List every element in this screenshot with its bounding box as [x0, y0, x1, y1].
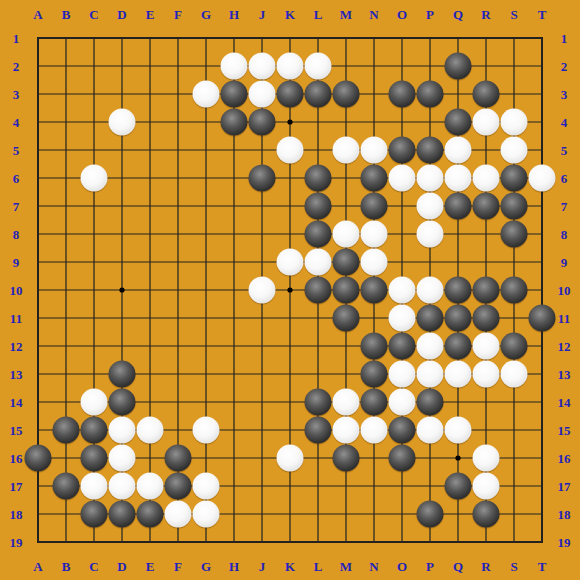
black-stone-P5	[417, 137, 444, 164]
column-label-bottom: T	[538, 560, 547, 573]
black-stone-C16	[81, 445, 108, 472]
white-stone-P15	[417, 417, 444, 444]
white-stone-S5	[501, 137, 528, 164]
column-label-bottom: C	[89, 560, 98, 573]
black-stone-Q7	[445, 193, 472, 220]
white-stone-K16	[277, 445, 304, 472]
black-stone-P11	[417, 305, 444, 332]
column-label-top: D	[117, 8, 126, 21]
row-label-left: 2	[13, 60, 20, 73]
white-stone-O13	[389, 361, 416, 388]
black-stone-R3	[473, 81, 500, 108]
black-stone-O12	[389, 333, 416, 360]
column-label-bottom: S	[510, 560, 517, 573]
column-label-bottom: M	[340, 560, 352, 573]
black-stone-P14	[417, 389, 444, 416]
row-label-left: 7	[13, 200, 20, 213]
row-label-left: 8	[13, 228, 20, 241]
column-label-bottom: H	[229, 560, 239, 573]
row-label-left: 5	[13, 144, 20, 157]
black-stone-N12	[361, 333, 388, 360]
column-label-top: P	[426, 8, 434, 21]
white-stone-R13	[473, 361, 500, 388]
black-stone-N7	[361, 193, 388, 220]
row-label-left: 15	[10, 424, 23, 437]
row-label-left: 10	[10, 284, 23, 297]
white-stone-K2	[277, 53, 304, 80]
black-stone-C18	[81, 501, 108, 528]
black-stone-Q2	[445, 53, 472, 80]
column-label-bottom: F	[174, 560, 182, 573]
black-stone-L14	[305, 389, 332, 416]
black-stone-R7	[473, 193, 500, 220]
black-stone-Q10	[445, 277, 472, 304]
column-label-top: G	[201, 8, 211, 21]
white-stone-P6	[417, 165, 444, 192]
white-stone-S13	[501, 361, 528, 388]
column-label-top: T	[538, 8, 547, 21]
black-stone-S10	[501, 277, 528, 304]
row-label-left: 14	[10, 396, 23, 409]
white-stone-Q5	[445, 137, 472, 164]
row-label-left: 18	[10, 508, 23, 521]
black-stone-Q17	[445, 473, 472, 500]
column-label-top: R	[481, 8, 490, 21]
black-stone-N10	[361, 277, 388, 304]
column-label-bottom: O	[397, 560, 407, 573]
column-label-top: M	[340, 8, 352, 21]
white-stone-Q13	[445, 361, 472, 388]
column-label-top: F	[174, 8, 182, 21]
row-label-right: 15	[558, 424, 571, 437]
column-label-top: H	[229, 8, 239, 21]
row-label-right: 3	[561, 88, 568, 101]
black-stone-J6	[249, 165, 276, 192]
white-stone-J3	[249, 81, 276, 108]
black-stone-F16	[165, 445, 192, 472]
column-label-top: L	[314, 8, 323, 21]
white-stone-P10	[417, 277, 444, 304]
white-stone-N9	[361, 249, 388, 276]
black-stone-T11	[529, 305, 556, 332]
column-label-bottom: L	[314, 560, 323, 573]
row-label-right: 6	[561, 172, 568, 185]
black-stone-R11	[473, 305, 500, 332]
white-stone-R4	[473, 109, 500, 136]
column-label-bottom: D	[117, 560, 126, 573]
white-stone-M14	[333, 389, 360, 416]
white-stone-D17	[109, 473, 136, 500]
white-stone-P13	[417, 361, 444, 388]
white-stone-J2	[249, 53, 276, 80]
white-stone-K9	[277, 249, 304, 276]
row-label-right: 13	[558, 368, 571, 381]
column-label-top: B	[62, 8, 71, 21]
row-label-right: 18	[558, 508, 571, 521]
row-label-right: 17	[558, 480, 571, 493]
black-stone-O3	[389, 81, 416, 108]
black-stone-S7	[501, 193, 528, 220]
black-stone-Q4	[445, 109, 472, 136]
row-label-left: 1	[13, 32, 20, 45]
white-stone-P7	[417, 193, 444, 220]
white-stone-L9	[305, 249, 332, 276]
row-label-right: 16	[558, 452, 571, 465]
column-label-top: E	[146, 8, 155, 21]
black-stone-B15	[53, 417, 80, 444]
white-stone-O10	[389, 277, 416, 304]
white-stone-Q15	[445, 417, 472, 444]
white-stone-G18	[193, 501, 220, 528]
white-stone-D16	[109, 445, 136, 472]
row-label-right: 4	[561, 116, 568, 129]
black-stone-Q11	[445, 305, 472, 332]
row-label-left: 13	[10, 368, 23, 381]
white-stone-K5	[277, 137, 304, 164]
column-label-top: K	[285, 8, 295, 21]
white-stone-M5	[333, 137, 360, 164]
white-stone-P12	[417, 333, 444, 360]
column-label-bottom: P	[426, 560, 434, 573]
column-label-bottom: A	[33, 560, 42, 573]
white-stone-O11	[389, 305, 416, 332]
black-stone-P3	[417, 81, 444, 108]
black-stone-A16	[25, 445, 52, 472]
row-label-right: 2	[561, 60, 568, 73]
column-label-bottom: B	[62, 560, 71, 573]
black-stone-N13	[361, 361, 388, 388]
black-stone-L10	[305, 277, 332, 304]
white-stone-G15	[193, 417, 220, 444]
white-stone-C6	[81, 165, 108, 192]
column-label-top: J	[259, 8, 266, 21]
white-stone-N5	[361, 137, 388, 164]
row-label-left: 11	[10, 312, 22, 325]
black-stone-L3	[305, 81, 332, 108]
black-stone-B17	[53, 473, 80, 500]
black-stone-S8	[501, 221, 528, 248]
black-stone-P18	[417, 501, 444, 528]
column-label-top: O	[397, 8, 407, 21]
white-stone-M8	[333, 221, 360, 248]
row-label-right: 1	[561, 32, 568, 45]
black-stone-D18	[109, 501, 136, 528]
white-stone-Q6	[445, 165, 472, 192]
white-stone-F18	[165, 501, 192, 528]
row-label-right: 9	[561, 256, 568, 269]
row-label-left: 9	[13, 256, 20, 269]
column-label-top: C	[89, 8, 98, 21]
white-stone-D4	[109, 109, 136, 136]
row-label-left: 17	[10, 480, 23, 493]
go-board[interactable]: AABBCCDDEEFFGGHHJJKKLLMMNNOOPPQQRRSSTT11…	[0, 0, 580, 580]
white-stone-R6	[473, 165, 500, 192]
black-stone-S6	[501, 165, 528, 192]
black-stone-N6	[361, 165, 388, 192]
row-label-right: 10	[558, 284, 571, 297]
column-label-bottom: R	[481, 560, 490, 573]
row-label-left: 16	[10, 452, 23, 465]
column-label-bottom: J	[259, 560, 266, 573]
white-stone-T6	[529, 165, 556, 192]
column-label-top: S	[510, 8, 517, 21]
row-label-right: 11	[558, 312, 570, 325]
white-stone-C14	[81, 389, 108, 416]
row-label-left: 19	[10, 536, 23, 549]
black-stone-M16	[333, 445, 360, 472]
black-stone-L8	[305, 221, 332, 248]
black-stone-Q12	[445, 333, 472, 360]
white-stone-G17	[193, 473, 220, 500]
black-stone-J4	[249, 109, 276, 136]
black-stone-F17	[165, 473, 192, 500]
black-stone-D13	[109, 361, 136, 388]
black-stone-E18	[137, 501, 164, 528]
white-stone-E17	[137, 473, 164, 500]
column-label-top: Q	[453, 8, 463, 21]
black-stone-L6	[305, 165, 332, 192]
black-stone-K3	[277, 81, 304, 108]
column-label-bottom: Q	[453, 560, 463, 573]
black-stone-M3	[333, 81, 360, 108]
black-stone-O15	[389, 417, 416, 444]
black-stone-R18	[473, 501, 500, 528]
black-stone-M11	[333, 305, 360, 332]
white-stone-J10	[249, 277, 276, 304]
row-label-left: 12	[10, 340, 23, 353]
row-label-right: 8	[561, 228, 568, 241]
white-stone-N8	[361, 221, 388, 248]
white-stone-O6	[389, 165, 416, 192]
black-stone-O5	[389, 137, 416, 164]
column-label-top: N	[369, 8, 378, 21]
white-stone-S4	[501, 109, 528, 136]
black-stone-L7	[305, 193, 332, 220]
black-stone-R10	[473, 277, 500, 304]
white-stone-G3	[193, 81, 220, 108]
black-stone-S12	[501, 333, 528, 360]
column-label-bottom: N	[369, 560, 378, 573]
white-stone-N15	[361, 417, 388, 444]
row-label-left: 4	[13, 116, 20, 129]
black-stone-O16	[389, 445, 416, 472]
row-label-right: 7	[561, 200, 568, 213]
white-stone-E15	[137, 417, 164, 444]
column-label-top: A	[33, 8, 42, 21]
white-stone-L2	[305, 53, 332, 80]
column-label-bottom: K	[285, 560, 295, 573]
black-stone-H3	[221, 81, 248, 108]
row-label-right: 19	[558, 536, 571, 549]
row-label-left: 3	[13, 88, 20, 101]
black-stone-D14	[109, 389, 136, 416]
black-stone-M9	[333, 249, 360, 276]
white-stone-R17	[473, 473, 500, 500]
white-stone-O14	[389, 389, 416, 416]
black-stone-M10	[333, 277, 360, 304]
white-stone-P8	[417, 221, 444, 248]
white-stone-R16	[473, 445, 500, 472]
row-label-right: 14	[558, 396, 571, 409]
black-stone-H4	[221, 109, 248, 136]
black-stone-N14	[361, 389, 388, 416]
white-stone-R12	[473, 333, 500, 360]
row-label-right: 5	[561, 144, 568, 157]
column-label-bottom: E	[146, 560, 155, 573]
white-stone-D15	[109, 417, 136, 444]
row-label-left: 6	[13, 172, 20, 185]
white-stone-M15	[333, 417, 360, 444]
column-label-bottom: G	[201, 560, 211, 573]
white-stone-C17	[81, 473, 108, 500]
black-stone-C15	[81, 417, 108, 444]
black-stone-L15	[305, 417, 332, 444]
white-stone-H2	[221, 53, 248, 80]
row-label-right: 12	[558, 340, 571, 353]
